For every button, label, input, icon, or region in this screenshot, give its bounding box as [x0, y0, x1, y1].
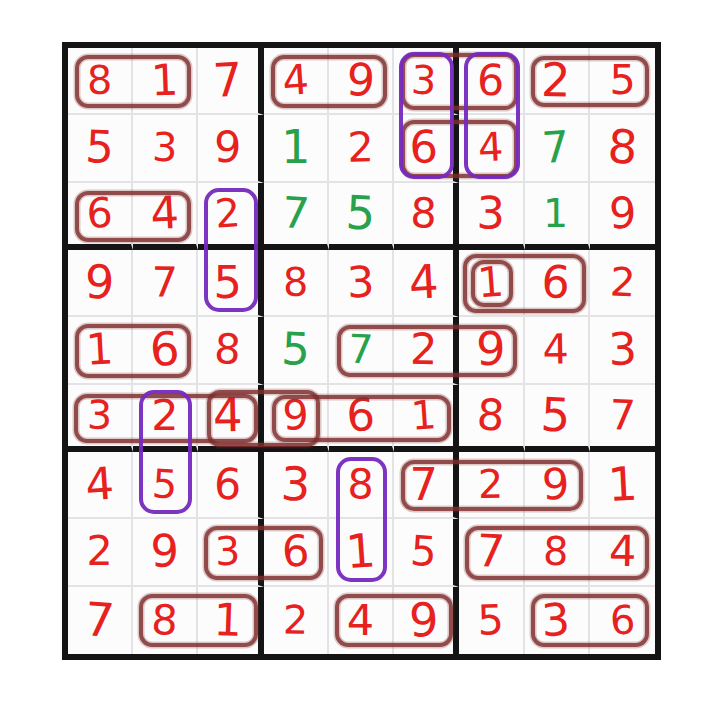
- cell-digit: 6: [477, 59, 506, 103]
- cell-digit: 5: [540, 391, 572, 439]
- sudoku-cell-r8c2[interactable]: 9: [133, 519, 198, 586]
- cell-digit: 4: [543, 329, 570, 371]
- cell-digit: 5: [214, 260, 242, 305]
- cell-digit: 1: [606, 461, 638, 509]
- cell-digit: 5: [477, 599, 505, 641]
- sudoku-cell-r4c8[interactable]: 6: [525, 250, 590, 317]
- cell-digit: 2: [609, 262, 636, 303]
- sudoku-cell-r6c9[interactable]: 7: [590, 385, 655, 452]
- cell-digit: 7: [409, 462, 437, 507]
- cell-digit: 1: [213, 597, 243, 643]
- sudoku-cell-r8c1[interactable]: 2: [68, 519, 133, 586]
- cell-digit: 5: [345, 189, 377, 237]
- sudoku-cell-r9c8[interactable]: 3: [525, 587, 590, 654]
- cell-digit: 1: [410, 395, 438, 436]
- sudoku-cell-r7c5[interactable]: 8: [329, 452, 394, 519]
- sudoku-cell-r5c9[interactable]: 3: [590, 317, 655, 384]
- sudoku-cell-r6c6[interactable]: 1: [394, 385, 459, 452]
- sudoku-cell-r6c2[interactable]: 2: [133, 385, 198, 452]
- sudoku-cell-r6c1[interactable]: 3: [68, 385, 133, 452]
- sudoku-cell-r1c5[interactable]: 9: [329, 48, 394, 115]
- sudoku-cell-r5c8[interactable]: 4: [525, 317, 590, 384]
- sudoku-cell-r6c8[interactable]: 5: [525, 385, 590, 452]
- sudoku-cell-r6c4[interactable]: 9: [264, 385, 329, 452]
- cell-digit: 9: [542, 463, 571, 507]
- cell-digit: 7: [212, 57, 244, 105]
- cell-digit: 3: [215, 532, 242, 572]
- cell-digit: 6: [409, 125, 439, 171]
- cell-digit: 9: [214, 126, 242, 169]
- sudoku-cell-r2c5[interactable]: 2: [329, 115, 394, 182]
- sudoku-cell-r7c1[interactable]: 4: [68, 452, 133, 519]
- sudoku-cell-r1c7[interactable]: 6: [459, 48, 524, 115]
- cell-digit: 6: [540, 259, 572, 306]
- cell-digit: 9: [84, 259, 115, 306]
- sudoku-cell-r2c9[interactable]: 8: [590, 115, 655, 182]
- sudoku-cell-r5c3[interactable]: 8: [198, 317, 263, 384]
- cell-digit: 9: [150, 529, 179, 574]
- sudoku-cell-r1c1[interactable]: 8: [68, 48, 133, 115]
- sudoku-cell-r4c2[interactable]: 7: [133, 250, 198, 317]
- sudoku-cell-r8c9[interactable]: 4: [590, 519, 655, 586]
- sudoku-cell-r7c2[interactable]: 5: [133, 452, 198, 519]
- cell-digit: 1: [280, 125, 310, 171]
- cell-digit: 9: [409, 597, 439, 644]
- sudoku-cell-r1c2[interactable]: 1: [133, 48, 198, 115]
- cell-digit: 8: [606, 124, 639, 172]
- cell-digit: 5: [151, 464, 179, 505]
- cell-digit: 9: [608, 192, 636, 235]
- cell-digit: 7: [83, 596, 116, 644]
- sudoku-cell-r6c5[interactable]: 6: [329, 385, 394, 452]
- sudoku-cell-r7c6[interactable]: 7: [394, 452, 459, 519]
- cell-digit: 4: [149, 190, 180, 236]
- cell-digit: 3: [280, 461, 311, 508]
- cell-digit: 2: [478, 465, 504, 505]
- sudoku-cell-r2c7[interactable]: 4: [459, 115, 524, 182]
- sudoku-cell-r6c3[interactable]: 4: [198, 385, 263, 452]
- sudoku-cell-r9c4[interactable]: 2: [264, 587, 329, 654]
- cell-digit: 5: [84, 125, 115, 171]
- cell-digit: 3: [152, 128, 179, 168]
- cell-digit: 6: [345, 392, 376, 438]
- cell-digit: 3: [476, 191, 505, 236]
- sudoku-cell-r9c7[interactable]: 5: [459, 587, 524, 654]
- sudoku-cell-r3c2[interactable]: 4: [133, 183, 198, 250]
- cell-digit: 8: [410, 192, 438, 234]
- sudoku-cell-r5c6[interactable]: 2: [394, 317, 459, 384]
- cell-digit: 2: [151, 394, 178, 437]
- sudoku-cell-r5c1[interactable]: 1: [68, 317, 133, 384]
- sudoku-cell-r3c4[interactable]: 7: [264, 183, 329, 250]
- cell-digit: 1: [344, 528, 377, 576]
- sudoku-cell-r4c9[interactable]: 2: [590, 250, 655, 317]
- sudoku-cell-r7c7[interactable]: 2: [459, 452, 524, 519]
- cell-digit: 4: [347, 599, 374, 642]
- sudoku-cell-r2c3[interactable]: 9: [198, 115, 263, 182]
- cell-digit: 4: [408, 259, 440, 307]
- cell-digit: 6: [280, 530, 310, 574]
- sudoku-cell-r8c8[interactable]: 8: [525, 519, 590, 586]
- cell-digit: 5: [409, 530, 438, 573]
- cell-digit: 3: [346, 261, 375, 305]
- cell-digit: 4: [608, 530, 636, 573]
- cell-digit: 3: [607, 327, 637, 373]
- cell-digit: 3: [541, 597, 572, 643]
- sudoku-cell-r3c1[interactable]: 6: [68, 183, 133, 250]
- sudoku-cell-r5c4[interactable]: 5: [264, 317, 329, 384]
- sudoku-cell-r2c8[interactable]: 7: [525, 115, 590, 182]
- sudoku-cell-r1c4[interactable]: 4: [264, 48, 329, 115]
- sudoku-cell-r7c9[interactable]: 1: [590, 452, 655, 519]
- sudoku-cell-r3c7[interactable]: 3: [459, 183, 524, 250]
- cell-digit: 1: [544, 194, 569, 234]
- sudoku-cell-r4c6[interactable]: 4: [394, 250, 459, 317]
- sudoku-cell-r1c8[interactable]: 2: [525, 48, 590, 115]
- cell-digit: 2: [86, 531, 112, 572]
- cell-digit: 5: [280, 327, 311, 373]
- cell-digit: 8: [213, 328, 242, 371]
- sudoku-cell-r1c9[interactable]: 5: [590, 48, 655, 115]
- sudoku-cell-r6c7[interactable]: 8: [459, 385, 524, 452]
- sudoku-cell-r5c5[interactable]: 7: [329, 317, 394, 384]
- cell-digit: 8: [282, 263, 308, 303]
- sudoku-cell-r9c2[interactable]: 8: [133, 587, 198, 654]
- cell-digit: 2: [347, 127, 374, 169]
- sudoku-cell-r9c3[interactable]: 1: [198, 587, 263, 654]
- cell-digit: 2: [282, 600, 308, 640]
- cell-digit: 8: [151, 599, 179, 642]
- cell-digit: 7: [347, 330, 374, 370]
- cell-digit: 8: [543, 532, 570, 572]
- cell-digit: 4: [477, 128, 504, 169]
- cell-digit: 6: [213, 462, 243, 506]
- cell-digit: 6: [608, 600, 636, 641]
- sudoku-cell-r4c3[interactable]: 5: [198, 250, 263, 317]
- sudoku-cell-r8c3[interactable]: 3: [198, 519, 263, 586]
- sudoku-cell-r8c5[interactable]: 1: [329, 519, 394, 586]
- sudoku-cell-r1c6[interactable]: 3: [394, 48, 459, 115]
- sudoku-cell-r5c2[interactable]: 6: [133, 317, 198, 384]
- cell-digit: 2: [410, 328, 438, 371]
- sudoku-cell-r5c7[interactable]: 9: [459, 317, 524, 384]
- sudoku-board: 8174936255391264786427583199758341621685…: [62, 42, 661, 660]
- cell-digit: 7: [280, 191, 310, 236]
- cell-digit: 7: [151, 262, 178, 304]
- cell-digit: 3: [410, 60, 437, 101]
- cell-digit: 8: [87, 61, 113, 101]
- cell-digit: 3: [87, 395, 113, 435]
- sudoku-cell-r8c4[interactable]: 6: [264, 519, 329, 586]
- cell-digit: 2: [541, 57, 571, 104]
- cell-digit: 4: [84, 461, 116, 508]
- sudoku-cell-r8c7[interactable]: 7: [459, 519, 524, 586]
- sudoku-cell-r1c3[interactable]: 7: [198, 48, 263, 115]
- cell-digit: 7: [541, 126, 571, 171]
- cell-digit: 9: [345, 57, 377, 104]
- cell-digit: 9: [281, 394, 309, 436]
- sudoku-cell-r3c3[interactable]: 2: [198, 183, 263, 250]
- cell-digit: 7: [476, 529, 507, 575]
- sudoku-cell-r9c9[interactable]: 6: [590, 587, 655, 654]
- sudoku-cell-r3c8[interactable]: 1: [525, 183, 590, 250]
- cell-digit: 6: [86, 192, 114, 234]
- cell-digit: 8: [347, 464, 374, 506]
- sudoku-cell-r9c1[interactable]: 7: [68, 587, 133, 654]
- cell-digit: 1: [150, 59, 179, 103]
- sudoku-cell-r7c4[interactable]: 3: [264, 452, 329, 519]
- sudoku-cell-r2c1[interactable]: 5: [68, 115, 133, 182]
- sudoku-grid: 8174936255391264786427583199758341621685…: [68, 48, 655, 654]
- cell-digit: 8: [476, 393, 506, 438]
- cell-digit: 6: [148, 326, 181, 374]
- sudoku-cell-r3c6[interactable]: 8: [394, 183, 459, 250]
- sudoku-cell-r4c5[interactable]: 3: [329, 250, 394, 317]
- sudoku-cell-r4c1[interactable]: 9: [68, 250, 133, 317]
- sudoku-cell-r8c6[interactable]: 5: [394, 519, 459, 586]
- sudoku-cell-r3c5[interactable]: 5: [329, 183, 394, 250]
- sudoku-cell-r7c8[interactable]: 9: [525, 452, 590, 519]
- cell-digit: 2: [214, 193, 242, 234]
- sudoku-cell-r2c4[interactable]: 1: [264, 115, 329, 182]
- cell-digit: 9: [476, 327, 506, 373]
- cell-digit: 1: [476, 261, 505, 304]
- cell-digit: 5: [609, 60, 635, 101]
- cell-digit: 7: [609, 394, 637, 436]
- sudoku-cell-r3c9[interactable]: 9: [590, 183, 655, 250]
- sudoku-cell-r9c5[interactable]: 4: [329, 587, 394, 654]
- sudoku-cell-r2c6[interactable]: 6: [394, 115, 459, 182]
- sudoku-cell-r2c2[interactable]: 3: [133, 115, 198, 182]
- cell-digit: 1: [85, 328, 115, 372]
- sudoku-cell-r4c7[interactable]: 1: [459, 250, 524, 317]
- cell-digit: 4: [281, 59, 310, 102]
- sudoku-cell-r7c3[interactable]: 6: [198, 452, 263, 519]
- sudoku-cell-r4c4[interactable]: 8: [264, 250, 329, 317]
- cell-digit: 4: [213, 392, 243, 439]
- sudoku-cell-r9c6[interactable]: 9: [394, 587, 459, 654]
